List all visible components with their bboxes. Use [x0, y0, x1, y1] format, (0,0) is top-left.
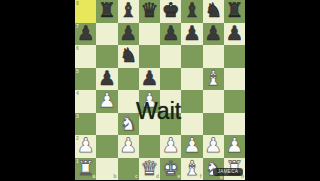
square-f5[interactable]: [181, 68, 202, 91]
pillarbox-left: [0, 0, 75, 180]
square-a1[interactable]: 1a♜: [75, 158, 96, 181]
square-e1[interactable]: e♚: [160, 158, 181, 181]
square-f3[interactable]: [181, 113, 202, 136]
square-d7[interactable]: [139, 23, 160, 46]
square-a4[interactable]: 4: [75, 90, 96, 113]
square-c6[interactable]: ♞: [118, 45, 139, 68]
caption-text: Wait: [136, 100, 181, 123]
rank-label-4: 4: [76, 91, 79, 96]
square-e2[interactable]: ♟: [160, 135, 181, 158]
white-pawn-b4[interactable]: ♟: [98, 90, 116, 110]
square-h2[interactable]: ♟: [224, 135, 245, 158]
watermark-text: JAMECA: [218, 170, 239, 175]
square-c5[interactable]: [118, 68, 139, 91]
square-h8[interactable]: ♜: [224, 0, 245, 23]
file-label-c: c: [135, 174, 138, 179]
square-h6[interactable]: [224, 45, 245, 68]
square-f1[interactable]: f♝: [181, 158, 202, 181]
square-b8[interactable]: ♜: [96, 0, 117, 23]
watermark-badge: JAMECA: [213, 168, 243, 176]
square-a8[interactable]: 8: [75, 0, 96, 23]
black-pawn-g7[interactable]: ♟: [204, 23, 222, 43]
square-g7[interactable]: ♟: [203, 23, 224, 46]
white-bishop-f1[interactable]: ♝: [183, 158, 201, 178]
white-pawn-a2[interactable]: ♟: [77, 135, 95, 155]
square-f4[interactable]: [181, 90, 202, 113]
square-b4[interactable]: ♟: [96, 90, 117, 113]
rank-label-8: 8: [76, 1, 79, 6]
square-b6[interactable]: [96, 45, 117, 68]
square-c8[interactable]: ♝: [118, 0, 139, 23]
square-a7[interactable]: 7♟: [75, 23, 96, 46]
square-g5[interactable]: ♝: [203, 68, 224, 91]
square-d1[interactable]: d♛: [139, 158, 160, 181]
square-h3[interactable]: [224, 113, 245, 136]
black-pawn-d5[interactable]: ♟: [140, 68, 158, 88]
square-c7[interactable]: ♟: [118, 23, 139, 46]
square-e7[interactable]: ♟: [160, 23, 181, 46]
square-g8[interactable]: ♞: [203, 0, 224, 23]
white-rook-a1[interactable]: ♜: [77, 158, 95, 178]
square-b7[interactable]: [96, 23, 117, 46]
black-knight-g8[interactable]: ♞: [204, 0, 222, 20]
black-bishop-c8[interactable]: ♝: [119, 0, 137, 20]
black-pawn-e7[interactable]: ♟: [162, 23, 180, 43]
square-f8[interactable]: ♝: [181, 0, 202, 23]
square-a5[interactable]: 5: [75, 68, 96, 91]
black-rook-h8[interactable]: ♜: [225, 0, 243, 20]
white-queen-d1[interactable]: ♛: [140, 158, 158, 178]
white-pawn-g2[interactable]: ♟: [204, 135, 222, 155]
file-label-b: b: [113, 174, 116, 179]
rank-label-5: 5: [76, 69, 79, 74]
black-king-e8[interactable]: ♚: [162, 0, 180, 20]
rank-label-6: 6: [76, 46, 79, 51]
square-g4[interactable]: [203, 90, 224, 113]
black-queen-d8[interactable]: ♛: [140, 0, 158, 20]
rank-label-3: 3: [76, 114, 79, 119]
square-g2[interactable]: ♟: [203, 135, 224, 158]
square-b2[interactable]: [96, 135, 117, 158]
white-pawn-e2[interactable]: ♟: [162, 135, 180, 155]
chess-board[interactable]: 8♜♝♛♚♝♞♜7♟♟♟♟♟♟6♞5♟♟♝4♟♟3♞2♟♟♟♟♟♟1a♜bcd♛…: [75, 0, 245, 180]
square-c2[interactable]: ♟: [118, 135, 139, 158]
white-pawn-f2[interactable]: ♟: [183, 135, 201, 155]
square-d2[interactable]: [139, 135, 160, 158]
black-bishop-f8[interactable]: ♝: [183, 0, 201, 20]
square-e5[interactable]: [160, 68, 181, 91]
square-d8[interactable]: ♛: [139, 0, 160, 23]
square-c1[interactable]: c: [118, 158, 139, 181]
white-pawn-c2[interactable]: ♟: [119, 135, 137, 155]
square-h4[interactable]: [224, 90, 245, 113]
square-f6[interactable]: [181, 45, 202, 68]
video-frame: 8♜♝♛♚♝♞♜7♟♟♟♟♟♟6♞5♟♟♝4♟♟3♞2♟♟♟♟♟♟1a♜bcd♛…: [0, 0, 320, 180]
square-a6[interactable]: 6: [75, 45, 96, 68]
square-a2[interactable]: 2♟: [75, 135, 96, 158]
square-b1[interactable]: b: [96, 158, 117, 181]
square-f7[interactable]: ♟: [181, 23, 202, 46]
square-f2[interactable]: ♟: [181, 135, 202, 158]
white-knight-c3[interactable]: ♞: [119, 113, 137, 133]
black-pawn-a7[interactable]: ♟: [77, 23, 95, 43]
square-h7[interactable]: ♟: [224, 23, 245, 46]
square-g3[interactable]: [203, 113, 224, 136]
square-b5[interactable]: ♟: [96, 68, 117, 91]
square-b3[interactable]: [96, 113, 117, 136]
square-e8[interactable]: ♚: [160, 0, 181, 23]
black-pawn-h7[interactable]: ♟: [225, 23, 243, 43]
black-pawn-f7[interactable]: ♟: [183, 23, 201, 43]
square-h5[interactable]: [224, 68, 245, 91]
black-pawn-c7[interactable]: ♟: [119, 23, 137, 43]
white-pawn-h2[interactable]: ♟: [225, 135, 243, 155]
white-king-e1[interactable]: ♚: [162, 158, 180, 178]
square-g6[interactable]: [203, 45, 224, 68]
black-rook-b8[interactable]: ♜: [98, 0, 116, 20]
white-bishop-g5[interactable]: ♝: [204, 68, 222, 88]
pillarbox-right: [245, 0, 320, 180]
square-d6[interactable]: [139, 45, 160, 68]
square-d5[interactable]: ♟: [139, 68, 160, 91]
black-pawn-b5[interactable]: ♟: [98, 68, 116, 88]
square-e6[interactable]: [160, 45, 181, 68]
square-a3[interactable]: 3: [75, 113, 96, 136]
black-knight-c6[interactable]: ♞: [119, 45, 137, 65]
